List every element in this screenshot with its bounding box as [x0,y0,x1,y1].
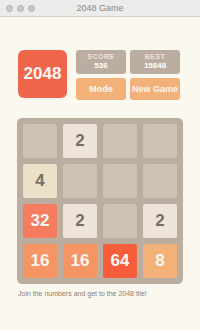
score-box: SCORE 536 [76,50,126,74]
empty-cell [63,164,97,198]
zoom-window-button[interactable] [28,5,35,12]
close-window-button[interactable] [6,5,13,12]
instructions-text: Join the numbers and get to the 2048 til… [18,290,200,297]
tile-2: 2 [63,124,97,158]
header-panel: SCORE 536 BEST 15848 Mode New Game [76,50,180,100]
empty-cell [103,124,137,158]
minimize-window-button[interactable] [17,5,24,12]
titlebar: 2048 Game [0,0,200,17]
window-controls [6,0,35,16]
game-header: 2048 SCORE 536 BEST 15848 Mode New Game [18,50,180,100]
logo-tile: 2048 [18,50,67,98]
tile-4: 4 [23,164,57,198]
tile-64: 64 [103,244,137,278]
tile-8: 8 [143,244,177,278]
new-game-button[interactable]: New Game [130,78,180,100]
game-board: 2432221616648 [17,118,183,284]
tile-16: 16 [23,244,57,278]
mode-button[interactable]: Mode [76,78,126,100]
tile-2: 2 [143,204,177,238]
best-box: BEST 15848 [130,50,180,74]
best-value: 15848 [144,61,166,71]
app-window: 2048 Game 2048 SCORE 536 BEST 15848 Mode… [0,0,200,330]
buttons-row: Mode New Game [76,78,180,100]
scores-row: SCORE 536 BEST 15848 [76,50,180,74]
best-label: BEST [145,53,166,61]
empty-cell [143,124,177,158]
empty-cell [143,164,177,198]
tile-32: 32 [23,204,57,238]
empty-cell [23,124,57,158]
empty-cell [103,204,137,238]
score-value: 536 [94,61,107,71]
score-label: SCORE [87,53,114,61]
tile-2: 2 [63,204,97,238]
empty-cell [103,164,137,198]
tile-16: 16 [63,244,97,278]
